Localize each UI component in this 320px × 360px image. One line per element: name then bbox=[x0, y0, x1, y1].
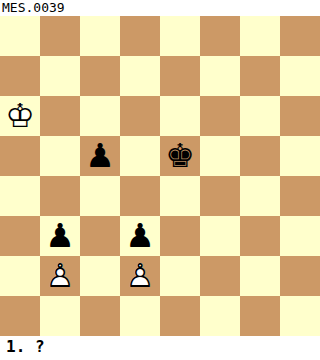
square-d6[interactable] bbox=[120, 96, 160, 136]
black-king[interactable]: ♚ bbox=[160, 136, 200, 176]
square-c8[interactable] bbox=[80, 16, 120, 56]
move-prompt: 1. ? bbox=[0, 336, 320, 360]
chess-board: ♚♔♟♚♟♟♟♙♟♙ bbox=[0, 16, 320, 336]
square-a1[interactable] bbox=[0, 296, 40, 336]
square-b5[interactable] bbox=[40, 136, 80, 176]
square-a2[interactable] bbox=[0, 256, 40, 296]
square-e3[interactable] bbox=[160, 216, 200, 256]
black-pawn[interactable]: ♟ bbox=[40, 216, 80, 256]
white-king[interactable]: ♚♔ bbox=[0, 96, 40, 136]
square-h4[interactable] bbox=[280, 176, 320, 216]
square-c5[interactable]: ♟ bbox=[80, 136, 120, 176]
square-e7[interactable] bbox=[160, 56, 200, 96]
square-a8[interactable] bbox=[0, 16, 40, 56]
square-h7[interactable] bbox=[280, 56, 320, 96]
square-e8[interactable] bbox=[160, 16, 200, 56]
square-b8[interactable] bbox=[40, 16, 80, 56]
square-h6[interactable] bbox=[280, 96, 320, 136]
square-f1[interactable] bbox=[200, 296, 240, 336]
square-h8[interactable] bbox=[280, 16, 320, 56]
square-c4[interactable] bbox=[80, 176, 120, 216]
square-d1[interactable] bbox=[120, 296, 160, 336]
square-h3[interactable] bbox=[280, 216, 320, 256]
square-c2[interactable] bbox=[80, 256, 120, 296]
square-g5[interactable] bbox=[240, 136, 280, 176]
square-e1[interactable] bbox=[160, 296, 200, 336]
square-g7[interactable] bbox=[240, 56, 280, 96]
square-g1[interactable] bbox=[240, 296, 280, 336]
square-f6[interactable] bbox=[200, 96, 240, 136]
white-pawn[interactable]: ♟♙ bbox=[120, 256, 160, 296]
square-d3[interactable]: ♟ bbox=[120, 216, 160, 256]
square-d2[interactable]: ♟♙ bbox=[120, 256, 160, 296]
square-a5[interactable] bbox=[0, 136, 40, 176]
square-f8[interactable] bbox=[200, 16, 240, 56]
square-c3[interactable] bbox=[80, 216, 120, 256]
square-b1[interactable] bbox=[40, 296, 80, 336]
square-c1[interactable] bbox=[80, 296, 120, 336]
square-f7[interactable] bbox=[200, 56, 240, 96]
square-e2[interactable] bbox=[160, 256, 200, 296]
square-h5[interactable] bbox=[280, 136, 320, 176]
square-d7[interactable] bbox=[120, 56, 160, 96]
square-e6[interactable] bbox=[160, 96, 200, 136]
square-a6[interactable]: ♚♔ bbox=[0, 96, 40, 136]
square-c7[interactable] bbox=[80, 56, 120, 96]
black-pawn[interactable]: ♟ bbox=[120, 216, 160, 256]
square-h2[interactable] bbox=[280, 256, 320, 296]
square-d4[interactable] bbox=[120, 176, 160, 216]
square-f5[interactable] bbox=[200, 136, 240, 176]
square-g4[interactable] bbox=[240, 176, 280, 216]
square-c6[interactable] bbox=[80, 96, 120, 136]
square-g3[interactable] bbox=[240, 216, 280, 256]
white-pawn-outline: ♙ bbox=[40, 256, 80, 296]
black-pawn[interactable]: ♟ bbox=[80, 136, 120, 176]
square-b3[interactable]: ♟ bbox=[40, 216, 80, 256]
square-a3[interactable] bbox=[0, 216, 40, 256]
square-a4[interactable] bbox=[0, 176, 40, 216]
square-g8[interactable] bbox=[240, 16, 280, 56]
square-f3[interactable] bbox=[200, 216, 240, 256]
square-b4[interactable] bbox=[40, 176, 80, 216]
square-g6[interactable] bbox=[240, 96, 280, 136]
square-h1[interactable] bbox=[280, 296, 320, 336]
square-e4[interactable] bbox=[160, 176, 200, 216]
diagram-title: MES.0039 bbox=[0, 0, 320, 16]
square-b7[interactable] bbox=[40, 56, 80, 96]
square-b6[interactable] bbox=[40, 96, 80, 136]
square-f4[interactable] bbox=[200, 176, 240, 216]
square-a7[interactable] bbox=[0, 56, 40, 96]
white-pawn[interactable]: ♟♙ bbox=[40, 256, 80, 296]
white-pawn-outline: ♙ bbox=[120, 256, 160, 296]
square-g2[interactable] bbox=[240, 256, 280, 296]
square-f2[interactable] bbox=[200, 256, 240, 296]
square-b2[interactable]: ♟♙ bbox=[40, 256, 80, 296]
white-king-outline: ♔ bbox=[0, 96, 40, 136]
square-d8[interactable] bbox=[120, 16, 160, 56]
square-e5[interactable]: ♚ bbox=[160, 136, 200, 176]
square-d5[interactable] bbox=[120, 136, 160, 176]
